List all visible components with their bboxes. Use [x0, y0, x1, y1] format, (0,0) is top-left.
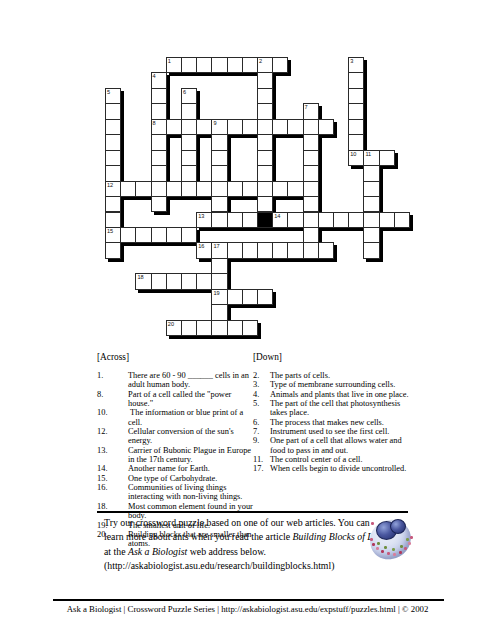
grid-cell[interactable] [303, 165, 319, 181]
grid-cell[interactable] [287, 212, 303, 228]
grid-cell[interactable]: 4 [151, 72, 167, 88]
grid-cell[interactable] [211, 181, 227, 197]
grid-cell[interactable] [257, 88, 273, 104]
clue-number-3: 3 [350, 58, 353, 65]
clue-number-13: 13 [198, 213, 204, 220]
grid-cell[interactable] [272, 181, 288, 197]
clue-number-10: 10 [350, 151, 356, 158]
grid-cell[interactable] [181, 150, 197, 166]
clue-number-label: 12. [97, 427, 128, 446]
grid-cell[interactable] [105, 212, 121, 228]
grid-cell[interactable] [303, 181, 319, 197]
grid-cell[interactable] [151, 88, 167, 104]
clue-number-1: 1 [168, 58, 171, 65]
grid-cell[interactable] [257, 72, 273, 88]
clue-number-11: 11 [365, 151, 371, 158]
grid-cell[interactable]: 16 [196, 242, 212, 258]
clue-number-label: 16. [97, 483, 128, 502]
grid-cell[interactable] [272, 57, 288, 73]
grid-cell[interactable] [151, 227, 167, 243]
down-clue-2: 2.The parts of cells. [253, 371, 416, 380]
crossword-puzzle-page: 1234567891011121314151617181920 [Across]… [0, 0, 495, 640]
across-clue-15: 15.One type of Carbohydrate. [97, 474, 254, 483]
grid-cell[interactable] [242, 181, 258, 197]
grid-cell[interactable] [227, 212, 243, 228]
grid-cell[interactable] [181, 57, 197, 73]
crossword-grid: 1234567891011121314151617181920 [105, 57, 410, 337]
grid-cell[interactable] [379, 212, 395, 228]
down-clue-3: 3.Type of membrane surrounding cells. [253, 380, 416, 389]
grid-cell[interactable] [287, 119, 303, 135]
grid-cell[interactable] [318, 242, 334, 258]
clue-number-label: 10. [97, 408, 128, 427]
grid-cell[interactable] [211, 57, 227, 73]
clue-number-12: 12 [107, 182, 113, 189]
grid-cell[interactable] [211, 196, 227, 212]
clue-text: There are 60 - 90 ______ cells in an adu… [128, 371, 254, 390]
grid-cell[interactable] [135, 181, 151, 197]
clue-number-8: 8 [153, 120, 156, 127]
clue-text: The process that makes new cells. [270, 418, 416, 427]
clue-text: Instrument used to see the first cell. [270, 427, 416, 436]
clue-text: The parts of cells. [270, 371, 416, 380]
grid-cell[interactable] [196, 273, 212, 289]
clue-number-20: 20 [168, 321, 174, 328]
clue-number-label: 3. [253, 380, 270, 389]
grid-cell[interactable] [166, 181, 182, 197]
note-text: Try our crossword puzzle based on one of… [104, 517, 370, 528]
grid-cell[interactable] [196, 57, 212, 73]
grid-cell[interactable] [151, 134, 167, 150]
grid-cell[interactable] [105, 119, 121, 135]
clue-text: Type of membrane surrounding cells. [270, 380, 416, 389]
grid-cell[interactable] [318, 119, 334, 135]
clue-number-4: 4 [153, 73, 156, 80]
note-text: at the [104, 546, 128, 557]
grid-cell[interactable] [257, 103, 273, 119]
across-clue-10: 10. The information or blue print of a c… [97, 408, 254, 427]
grid-cell[interactable] [151, 103, 167, 119]
grid-cell[interactable] [318, 212, 334, 228]
clue-number-18: 18 [137, 274, 143, 281]
grid-cell[interactable] [151, 150, 167, 166]
grid-cell[interactable]: 13 [196, 212, 212, 228]
grid-cell[interactable] [363, 181, 379, 197]
grid-cell[interactable]: 9 [211, 119, 227, 135]
grid-cell[interactable] [105, 242, 121, 258]
grid-cell[interactable] [257, 242, 273, 258]
grid-cell[interactable] [105, 150, 121, 166]
grid-cell[interactable] [303, 212, 319, 228]
grid-cell[interactable] [257, 119, 273, 135]
grid-cell[interactable] [120, 181, 136, 197]
grid-cell[interactable] [211, 165, 227, 181]
grid-cell[interactable] [348, 119, 364, 135]
grid-cell[interactable]: 3 [348, 57, 364, 73]
grid-cell[interactable] [181, 227, 197, 243]
grid-cell[interactable]: 7 [303, 103, 319, 119]
across-clue-8: 8.Part of a cell called the "power house… [97, 390, 254, 409]
down-clue-7: 7.Instrument used to see the first cell. [253, 427, 416, 436]
clue-number-2: 2 [259, 58, 262, 65]
grid-cell[interactable] [196, 320, 212, 336]
clue-number-label: 4. [253, 390, 270, 399]
grid-cell[interactable] [211, 212, 227, 228]
across-clue-14: 14.Another name for Earth. [97, 464, 254, 473]
grid-cell[interactable] [257, 196, 273, 212]
grid-cell[interactable] [227, 119, 243, 135]
across-clue-12: 12.Cellular conversion of the sun's ener… [97, 427, 254, 446]
clue-text: Carrier of Bubonic Plague in Europe in t… [128, 446, 254, 465]
grid-cell[interactable] [181, 273, 197, 289]
grid-cell[interactable] [303, 150, 319, 166]
grid-cell[interactable]: 2 [257, 57, 273, 73]
note-italic-text: Ask a Biologist [128, 546, 187, 557]
grid-cell[interactable] [257, 134, 273, 150]
grid-cell[interactable] [257, 181, 273, 197]
clue-number-label: 8. [97, 390, 128, 409]
grid-cell[interactable] [242, 242, 258, 258]
clue-text: Animals and plants that live in one plac… [270, 390, 416, 399]
grid-cell[interactable] [287, 181, 303, 197]
note-text: web address below. [187, 546, 266, 557]
grid-cell[interactable] [303, 227, 319, 243]
clue-text: Cellular conversion of the sun's energy. [128, 427, 254, 446]
down-clue-4: 4.Animals and plants that live in one pl… [253, 390, 416, 399]
grid-cell[interactable]: 20 [166, 320, 182, 336]
clue-number-label: 5. [253, 399, 270, 418]
divider-rule-footer [53, 599, 444, 601]
grid-cell[interactable] [348, 103, 364, 119]
note-line: at the Ask a Biologist web address below… [104, 545, 404, 559]
across-clue-1: 1.There are 60 - 90 ______ cells in an a… [97, 371, 254, 390]
grid-cell[interactable] [257, 289, 273, 305]
clue-number-label: 9. [253, 436, 270, 455]
grid-cell[interactable] [211, 304, 227, 320]
clue-number-16: 16 [198, 243, 204, 250]
grid-cell[interactable] [303, 196, 319, 212]
grid-cell[interactable] [120, 227, 136, 243]
clue-text: Communities of living things interacting… [128, 483, 254, 502]
clue-number-label: 13. [97, 446, 128, 465]
note-line: (http://askabiologist.asu.edu/research/b… [104, 559, 404, 573]
down-clue-5: 5.The part of the cell that photosynthes… [253, 399, 416, 418]
grid-cell[interactable] [151, 196, 167, 212]
nucleus-shape [390, 519, 406, 534]
clue-text: Part of a cell called the "power house." [128, 390, 254, 409]
grid-cell[interactable] [363, 227, 379, 243]
grid-cell[interactable]: 15 [105, 227, 121, 243]
grid-cell[interactable] [242, 212, 258, 228]
grid-cell[interactable] [333, 212, 349, 228]
grid-cell[interactable] [272, 242, 288, 258]
grid-cell[interactable] [181, 165, 197, 181]
grid-cell[interactable] [211, 320, 227, 336]
clue-text: The information or blue print of a cell. [128, 408, 254, 427]
down-clue-9: 9.One part of a cell that allows water a… [253, 436, 416, 455]
grid-cell[interactable] [166, 273, 182, 289]
grid-cell[interactable]: 18 [135, 273, 151, 289]
grid-cell[interactable] [242, 289, 258, 305]
clue-number-label: 11. [253, 455, 270, 464]
grid-cell[interactable] [257, 150, 273, 166]
clue-text: Another name for Earth. [128, 464, 254, 473]
clue-text: One part of a cell that allows water and… [270, 436, 416, 455]
grid-cell[interactable] [151, 181, 167, 197]
clue-text: One type of Carbohydrate. [128, 474, 254, 483]
grid-cell[interactable] [166, 119, 182, 135]
grid-cell[interactable] [303, 134, 319, 150]
clue-number-label: 1. [97, 371, 128, 390]
grid-cell[interactable] [227, 320, 243, 336]
grid-cell[interactable] [363, 165, 379, 181]
grid-cell[interactable] [363, 196, 379, 212]
down-clue-list: 2.The parts of cells.3.Type of membrane … [253, 371, 416, 474]
grid-cell[interactable]: 17 [211, 242, 227, 258]
grid-cell[interactable] [105, 196, 121, 212]
grid-cell[interactable] [227, 57, 243, 73]
cytoplasm-speckles [371, 522, 374, 525]
grid-cell[interactable] [105, 103, 121, 119]
across-header: [Across] [97, 352, 254, 362]
grid-cell[interactable] [348, 212, 364, 228]
black-cell [257, 212, 273, 228]
grid-cell[interactable] [166, 227, 182, 243]
grid-cell[interactable]: 8 [151, 119, 167, 135]
grid-cell[interactable] [181, 134, 197, 150]
grid-cell[interactable] [151, 165, 167, 181]
grid-cell[interactable] [242, 119, 258, 135]
clue-number-label: 7. [253, 427, 270, 436]
clue-text: The control center of a cell. [270, 455, 416, 464]
clue-number-label: 14. [97, 464, 128, 473]
grid-cell[interactable] [303, 242, 319, 258]
grid-cell[interactable] [211, 134, 227, 150]
note-line: learn more about ants when you read the … [104, 530, 404, 544]
grid-cell[interactable]: 19 [211, 289, 227, 305]
clue-number-15: 15 [107, 228, 113, 235]
grid-cell[interactable] [211, 150, 227, 166]
clue-text: When cells begin to divide uncontrolled. [270, 464, 416, 473]
grid-cell[interactable] [363, 212, 379, 228]
grid-cell[interactable] [394, 212, 410, 228]
grid-cell[interactable] [257, 165, 273, 181]
across-clue-16: 16.Communities of living things interact… [97, 483, 254, 502]
clue-number-5: 5 [107, 89, 110, 96]
note-paragraph: Try our crossword puzzle based on one of… [104, 516, 404, 574]
grid-cell[interactable]: 14 [272, 212, 288, 228]
grid-cell[interactable]: 5 [105, 88, 121, 104]
grid-cell[interactable]: 12 [105, 181, 121, 197]
grid-cell[interactable] [303, 119, 319, 135]
grid-cell[interactable] [363, 242, 379, 258]
down-clue-6: 6.The process that makes new cells. [253, 418, 416, 427]
down-clues-section: [Down] 2.The parts of cells.3.Type of me… [253, 352, 416, 474]
grid-cell[interactable] [242, 320, 258, 336]
cell-illustration [367, 516, 414, 563]
note-text: learn more about ants when you read the … [104, 531, 293, 542]
grid-cell[interactable] [227, 181, 243, 197]
grid-cell[interactable] [227, 289, 243, 305]
grid-cell[interactable]: 6 [181, 88, 197, 104]
clue-number-19: 19 [213, 290, 219, 297]
clue-number-label: 17. [253, 464, 270, 473]
footer-line: Ask a Biologist | Crossword Puzzle Serie… [0, 604, 495, 614]
grid-cell[interactable] [272, 119, 288, 135]
clue-number-7: 7 [305, 104, 308, 111]
clue-text: The part of the cell that photosynthesis… [270, 399, 416, 418]
down-clue-11: 11.The control center of a cell. [253, 455, 416, 464]
grid-cell[interactable] [348, 72, 364, 88]
grid-cell[interactable] [196, 119, 212, 135]
grid-cell[interactable] [348, 88, 364, 104]
down-clue-17: 17.When cells begin to divide uncontroll… [253, 464, 416, 473]
grid-cell[interactable] [151, 273, 167, 289]
grid-cell[interactable] [135, 227, 151, 243]
grid-cell[interactable] [105, 165, 121, 181]
grid-cell[interactable] [211, 273, 227, 289]
grid-cell[interactable] [287, 242, 303, 258]
grid-cell[interactable] [348, 134, 364, 150]
grid-cell[interactable] [211, 258, 227, 274]
grid-cell[interactable] [181, 320, 197, 336]
grid-cell[interactable] [379, 150, 395, 166]
grid-cell[interactable]: 10 [348, 150, 364, 166]
clue-number-17: 17 [213, 243, 219, 250]
note-text: (http://askabiologist.asu.edu/research/b… [104, 560, 334, 571]
across-clue-13: 13.Carrier of Bubonic Plague in Europe i… [97, 446, 254, 465]
grid-cell[interactable] [181, 181, 197, 197]
divider-rule-top [97, 511, 408, 513]
clue-number-14: 14 [274, 213, 280, 220]
clue-number-6: 6 [183, 89, 186, 96]
grid-cell[interactable] [105, 134, 121, 150]
note-line: Try our crossword puzzle based on one of… [104, 516, 404, 530]
grid-cell[interactable] [181, 103, 197, 119]
down-header: [Down] [253, 352, 416, 362]
clue-number-label: 6. [253, 418, 270, 427]
grid-cell[interactable] [181, 119, 197, 135]
clue-number-9: 9 [213, 120, 216, 127]
clue-number-label: 15. [97, 474, 128, 483]
clue-number-label: 2. [253, 371, 270, 380]
grid-cell[interactable] [227, 242, 243, 258]
grid-cell[interactable]: 11 [363, 150, 379, 166]
grid-cell[interactable] [196, 181, 212, 197]
grid-cell[interactable]: 1 [166, 57, 182, 73]
grid-cell[interactable] [242, 57, 258, 73]
